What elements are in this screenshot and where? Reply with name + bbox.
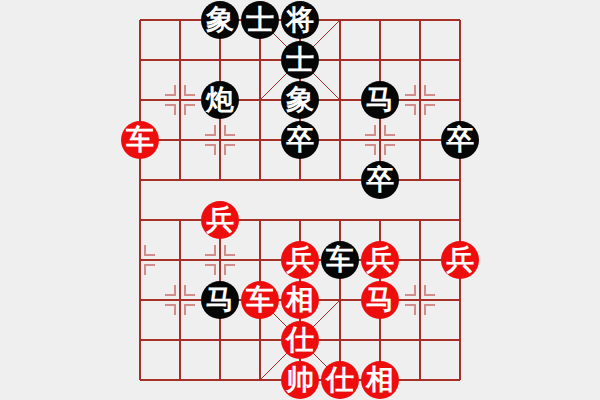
piece-black-soldier[interactable]: 卒 xyxy=(361,161,399,199)
piece-red-soldier[interactable]: 兵 xyxy=(201,201,239,239)
piece-black-horse[interactable]: 马 xyxy=(201,281,239,319)
piece-black-chariot[interactable]: 车 xyxy=(321,241,359,279)
piece-black-horse[interactable]: 马 xyxy=(361,81,399,119)
xiangqi-board[interactable]: 象士将士炮象马车卒卒卒兵兵车兵兵马车相马仕帅仕相 xyxy=(120,0,480,400)
xiangqi-app: 象士将士炮象马车卒卒卒兵兵车兵兵马车相马仕帅仕相 xyxy=(0,0,600,400)
piece-red-horse[interactable]: 马 xyxy=(361,281,399,319)
piece-black-soldier[interactable]: 卒 xyxy=(281,121,319,159)
piece-black-elephant[interactable]: 象 xyxy=(201,1,239,39)
piece-red-soldier[interactable]: 兵 xyxy=(361,241,399,279)
piece-red-elephant[interactable]: 相 xyxy=(281,281,319,319)
piece-black-advisor[interactable]: 士 xyxy=(281,41,319,79)
piece-red-general[interactable]: 帅 xyxy=(281,361,319,399)
piece-black-soldier[interactable]: 卒 xyxy=(441,121,479,159)
piece-red-chariot[interactable]: 车 xyxy=(241,281,279,319)
piece-black-advisor[interactable]: 士 xyxy=(241,1,279,39)
piece-black-elephant[interactable]: 象 xyxy=(281,81,319,119)
piece-red-elephant[interactable]: 相 xyxy=(361,361,399,399)
piece-black-cannon[interactable]: 炮 xyxy=(201,81,239,119)
piece-red-chariot[interactable]: 车 xyxy=(121,121,159,159)
piece-black-general[interactable]: 将 xyxy=(281,1,319,39)
piece-red-soldier[interactable]: 兵 xyxy=(281,241,319,279)
piece-red-advisor[interactable]: 仕 xyxy=(281,321,319,359)
piece-red-soldier[interactable]: 兵 xyxy=(441,241,479,279)
piece-red-advisor[interactable]: 仕 xyxy=(321,361,359,399)
